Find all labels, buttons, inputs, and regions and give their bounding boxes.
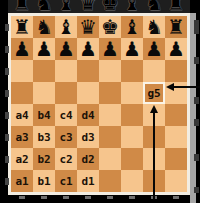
square-label-b3: b3 <box>37 131 50 144</box>
cropped-rank-label-7 <box>5 46 9 53</box>
cropped-fragment <box>194 97 199 104</box>
cropped-rank-label-3 <box>5 134 9 141</box>
square-label-a2: a2 <box>15 153 28 166</box>
black-pawn-icon: ♟ <box>101 38 119 60</box>
square-d6 <box>77 60 99 82</box>
black-knight-icon: ♞ <box>145 16 163 38</box>
square-g8: ♞ <box>143 16 165 38</box>
cropped-fragment <box>194 20 199 34</box>
cropped-rank-label-5 <box>5 90 9 97</box>
black-pawn-icon: ♟ <box>79 38 97 60</box>
black-pawn-icon: ♟ <box>13 38 31 60</box>
square-e2 <box>99 148 121 170</box>
cropped-rank-label-6 <box>5 68 9 75</box>
cropped-file-label-b <box>41 196 47 199</box>
cropped-top-piece-row: ♜♞♝♛♚♝♞♜ <box>8 0 190 14</box>
square-d4: d4 <box>77 104 99 126</box>
square-f7: ♟ <box>121 38 143 60</box>
cropped-rank-label-1 <box>5 178 9 185</box>
black-bishop-icon: ♝ <box>57 16 75 38</box>
square-e1 <box>99 170 121 192</box>
cropped-black-knight-icon: ♞ <box>143 0 165 14</box>
square-e8: ♚ <box>99 16 121 38</box>
square-e7: ♟ <box>99 38 121 60</box>
black-king-icon: ♚ <box>101 16 119 38</box>
cropped-black-king-icon: ♚ <box>99 0 121 14</box>
cropped-file-label-e <box>107 196 113 199</box>
cropped-rank-label-4 <box>5 112 9 119</box>
arrow-line-vertical-to-g5 <box>153 112 155 200</box>
square-label-c2: c2 <box>59 153 72 166</box>
cropped-black-rook-icon: ♜ <box>11 0 33 14</box>
square-a4: a4 <box>11 104 33 126</box>
cropped-file-label-d <box>85 196 91 199</box>
chess-board: ♜♞♝♛♚♝♞♜♟♟♟♟♟♟♟♟g5a4b4c4d4a3b3c3d3a2b2c2… <box>11 16 187 192</box>
square-label-b1: b1 <box>37 175 50 188</box>
square-b6 <box>33 60 55 82</box>
square-a5 <box>11 82 33 104</box>
cropped-file-label-a <box>19 196 25 199</box>
square-label-b2: b2 <box>37 153 50 166</box>
square-label-d3: d3 <box>81 131 94 144</box>
square-e5 <box>99 82 121 104</box>
square-c1: c1 <box>55 170 77 192</box>
square-g7: ♟ <box>143 38 165 60</box>
square-b2: b2 <box>33 148 55 170</box>
black-bishop-icon: ♝ <box>123 16 141 38</box>
square-label-b4: b4 <box>37 109 50 122</box>
black-pawn-icon: ♟ <box>123 38 141 60</box>
square-f1 <box>121 170 143 192</box>
square-label-c4: c4 <box>59 109 72 122</box>
cropped-black-queen-icon: ♛ <box>77 0 99 14</box>
cropped-file-label-f <box>129 196 135 199</box>
square-e6 <box>99 60 121 82</box>
square-c2: c2 <box>55 148 77 170</box>
square-b3: b3 <box>33 126 55 148</box>
cropped-file-label-h <box>173 196 179 199</box>
cropped-black-knight-icon: ♞ <box>33 0 55 14</box>
square-g5: g5 <box>143 82 165 104</box>
square-g6 <box>143 60 165 82</box>
square-b1: b1 <box>33 170 55 192</box>
square-f5 <box>121 82 143 104</box>
square-h7: ♟ <box>165 38 187 60</box>
black-knight-icon: ♞ <box>35 16 53 38</box>
square-c7: ♟ <box>55 38 77 60</box>
square-b7: ♟ <box>33 38 55 60</box>
cropped-fragment <box>194 57 199 64</box>
callout-label-g5: g5 <box>147 87 160 100</box>
black-rook-icon: ♜ <box>13 16 31 38</box>
square-h6 <box>165 60 187 82</box>
right-edge-cropped-strip <box>190 13 196 203</box>
cropped-fragment <box>194 187 199 193</box>
square-e3 <box>99 126 121 148</box>
square-f8: ♝ <box>121 16 143 38</box>
black-rook-icon: ♜ <box>167 16 185 38</box>
cropped-fragment <box>194 119 199 126</box>
square-label-d4: d4 <box>81 109 94 122</box>
square-b5 <box>33 82 55 104</box>
cropped-rank-label-8 <box>5 24 9 31</box>
square-h3 <box>165 126 187 148</box>
square-a1: a1 <box>11 170 33 192</box>
chess-notation-diagram: ♜♞♝♛♚♝♞♜ ♜♞♝♛♚♝♞♜♟♟♟♟♟♟♟♟g5a4b4c4d4a3b3c… <box>0 0 200 203</box>
square-label-a4: a4 <box>15 109 28 122</box>
square-f2 <box>121 148 143 170</box>
square-label-a1: a1 <box>15 175 28 188</box>
arrow-line-horizontal-to-g5 <box>173 86 200 88</box>
black-pawn-icon: ♟ <box>57 38 75 60</box>
square-label-d2: d2 <box>81 153 94 166</box>
square-c8: ♝ <box>55 16 77 38</box>
square-a7: ♟ <box>11 38 33 60</box>
square-label-c3: c3 <box>59 131 72 144</box>
square-h8: ♜ <box>165 16 187 38</box>
square-label-a3: a3 <box>15 131 28 144</box>
square-f4 <box>121 104 143 126</box>
cropped-file-label-c <box>63 196 69 199</box>
square-c4: c4 <box>55 104 77 126</box>
square-h1 <box>165 170 187 192</box>
square-h4 <box>165 104 187 126</box>
black-pawn-icon: ♟ <box>167 38 185 60</box>
square-a3: a3 <box>11 126 33 148</box>
square-c6 <box>55 60 77 82</box>
square-h2 <box>165 148 187 170</box>
cropped-black-rook-icon: ♜ <box>165 0 187 14</box>
square-f3 <box>121 126 143 148</box>
cropped-fragment <box>194 154 199 161</box>
square-label-d1: d1 <box>81 175 94 188</box>
square-label-c1: c1 <box>59 175 72 188</box>
square-c5 <box>55 82 77 104</box>
board-frame: ♜♞♝♛♚♝♞♜♟♟♟♟♟♟♟♟g5a4b4c4d4a3b3c3d3a2b2c2… <box>8 13 190 195</box>
black-queen-icon: ♛ <box>79 16 97 38</box>
square-d8: ♛ <box>77 16 99 38</box>
black-pawn-icon: ♟ <box>35 38 53 60</box>
square-f6 <box>121 60 143 82</box>
cropped-black-bishop-icon: ♝ <box>121 0 143 14</box>
cropped-black-bishop-icon: ♝ <box>55 0 77 14</box>
square-a2: a2 <box>11 148 33 170</box>
square-b8: ♞ <box>33 16 55 38</box>
square-d7: ♟ <box>77 38 99 60</box>
square-d3: d3 <box>77 126 99 148</box>
black-pawn-icon: ♟ <box>145 38 163 60</box>
square-d1: d1 <box>77 170 99 192</box>
square-d5 <box>77 82 99 104</box>
square-a6 <box>11 60 33 82</box>
square-b4: b4 <box>33 104 55 126</box>
square-a8: ♜ <box>11 16 33 38</box>
cropped-rank-label-2 <box>5 156 9 163</box>
square-e4 <box>99 104 121 126</box>
square-c3: c3 <box>55 126 77 148</box>
square-d2: d2 <box>77 148 99 170</box>
